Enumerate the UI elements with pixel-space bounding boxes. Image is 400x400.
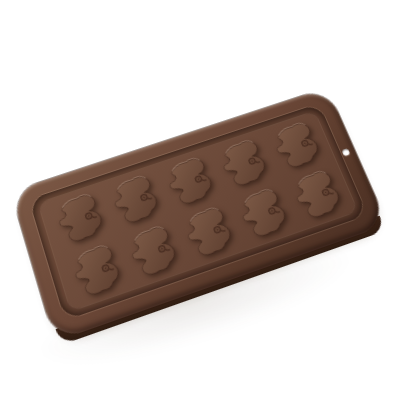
mold-cavity — [283, 167, 348, 225]
cavity-shape-icon — [63, 241, 128, 302]
mold-cavity — [175, 203, 240, 263]
mold-cavity — [211, 136, 275, 192]
hang-hole — [341, 148, 350, 156]
mold-cavity — [119, 222, 184, 282]
cavity-swirl-detail — [102, 263, 114, 273]
photo-background — [0, 0, 400, 400]
cavity-shape-icon — [283, 167, 348, 225]
cavity-shape-icon — [102, 172, 166, 230]
mold-cavity — [263, 119, 327, 174]
mold-cavity — [157, 154, 221, 211]
cavity-shape-icon — [47, 190, 110, 249]
cavity-swirl-detail — [213, 225, 225, 234]
cavity-shape-icon — [157, 154, 221, 211]
cavity-swirl-detail — [85, 211, 96, 220]
cavity-shape-icon — [263, 119, 327, 174]
cavity-shape-icon — [175, 203, 240, 263]
mold-cavity — [47, 190, 110, 249]
cavity-shape-icon — [229, 185, 294, 244]
mold-cavity — [63, 241, 128, 302]
cavity-swirl-detail — [158, 244, 170, 253]
mold-cavity — [229, 185, 294, 244]
mold-cavity — [102, 172, 166, 230]
cavity-shape-icon — [211, 136, 275, 192]
cavity-shape-icon — [119, 222, 184, 282]
